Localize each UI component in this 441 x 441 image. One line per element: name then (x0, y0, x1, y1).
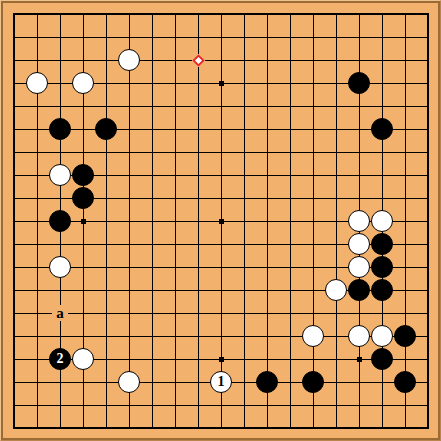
white-stone (72, 348, 94, 370)
black-stone (72, 187, 94, 209)
black-stone (348, 72, 370, 94)
black-stone (394, 371, 416, 393)
black-stone-move-2: 2 (49, 348, 71, 370)
black-stone (371, 256, 393, 278)
black-stone (49, 210, 71, 232)
white-stone (26, 72, 48, 94)
black-stone (371, 348, 393, 370)
white-stone (371, 210, 393, 232)
black-stone (371, 233, 393, 255)
star-point (357, 357, 362, 362)
white-stone (371, 325, 393, 347)
black-stone (49, 118, 71, 140)
move-number: 2 (57, 352, 64, 366)
black-stone (348, 279, 370, 301)
white-stone (302, 325, 324, 347)
white-stone (348, 210, 370, 232)
black-stone (256, 371, 278, 393)
goban: a21 (0, 0, 441, 441)
black-stone (394, 325, 416, 347)
star-point (219, 357, 224, 362)
black-stone (72, 164, 94, 186)
white-stone (348, 233, 370, 255)
move-number: 1 (218, 375, 225, 389)
star-point (219, 81, 224, 86)
label-patch: a (52, 305, 68, 321)
point-label-a: a (56, 306, 64, 321)
white-stone (348, 325, 370, 347)
star-point (219, 219, 224, 224)
white-stone (118, 371, 140, 393)
white-stone (348, 256, 370, 278)
white-stone (49, 164, 71, 186)
black-stone (371, 118, 393, 140)
white-stone-move-1: 1 (210, 371, 232, 393)
white-stone (49, 256, 71, 278)
white-stone (325, 279, 347, 301)
black-stone (302, 371, 324, 393)
black-stone (371, 279, 393, 301)
star-point (81, 219, 86, 224)
white-stone (118, 49, 140, 71)
black-stone (95, 118, 117, 140)
white-stone (72, 72, 94, 94)
